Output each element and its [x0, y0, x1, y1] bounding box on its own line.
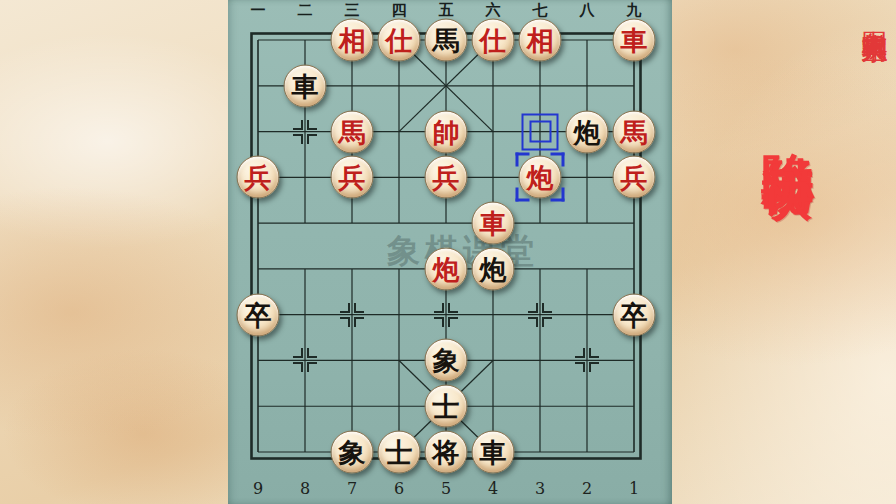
move-to-corner: [551, 153, 565, 167]
piece-red-general[interactable]: 帥: [425, 110, 468, 153]
piece-red-horse[interactable]: 馬: [331, 110, 374, 153]
piece-red-advisor[interactable]: 仕: [472, 19, 515, 62]
piece-black-advisor[interactable]: 士: [378, 431, 421, 474]
piece-red-cannon[interactable]: 炮: [425, 247, 468, 290]
move-to-corner: [516, 188, 530, 202]
piece-black-general[interactable]: 将: [425, 431, 468, 474]
piece-red-pawn[interactable]: 兵: [613, 156, 656, 199]
piece-black-rook[interactable]: 車: [472, 431, 515, 474]
piece-red-rook[interactable]: 車: [472, 202, 515, 245]
piece-red-advisor[interactable]: 仕: [378, 19, 421, 62]
piece-black-advisor[interactable]: 士: [425, 385, 468, 428]
piece-black-rook[interactable]: 車: [284, 64, 327, 107]
piece-red-horse[interactable]: 馬: [613, 110, 656, 153]
piece-black-cannon[interactable]: 炮: [472, 247, 515, 290]
piece-red-pawn[interactable]: 兵: [331, 156, 374, 199]
piece-black-elephant[interactable]: 象: [425, 339, 468, 382]
move-to-corner: [551, 188, 565, 202]
piece-black-horse[interactable]: 馬: [425, 19, 468, 62]
move-to-marker: [516, 153, 565, 202]
piece-red-pawn[interactable]: 兵: [425, 156, 468, 199]
piece-black-elephant[interactable]: 象: [331, 431, 374, 474]
piece-red-elephant[interactable]: 相: [519, 19, 562, 62]
piece-red-rook[interactable]: 車: [613, 19, 656, 62]
scene: 一二三四五六七八九 987654321 象棋课堂 相仕馬仕相車車馬帥炮馬兵兵兵炮…: [0, 0, 896, 504]
piece-black-pawn[interactable]: 卒: [237, 293, 280, 336]
piece-red-elephant[interactable]: 相: [331, 19, 374, 62]
piece-red-pawn[interactable]: 兵: [237, 156, 280, 199]
pieces-layer: 相仕馬仕相車車馬帥炮馬兵兵兵炮兵車炮炮卒卒象士象士将車: [228, 0, 672, 504]
piece-black-pawn[interactable]: 卒: [613, 293, 656, 336]
book-title: 陷阱与秘诀: [753, 112, 823, 132]
series-title: 中国象棋宝典系列: [858, 10, 893, 18]
piece-black-cannon[interactable]: 炮: [566, 110, 609, 153]
xiangqi-board: 一二三四五六七八九 987654321 象棋课堂 相仕馬仕相車車馬帥炮馬兵兵兵炮…: [228, 0, 672, 504]
move-to-corner: [516, 153, 530, 167]
